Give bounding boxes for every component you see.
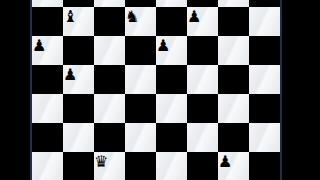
square-f8: ♜ — [187, 0, 218, 7]
square-e2 — [156, 152, 187, 180]
square-d4: ♞ — [125, 94, 156, 123]
piece-black-queen-b6: ♛ — [63, 36, 77, 55]
square-f3 — [187, 123, 218, 152]
piece-black-bishop-b7: ♝ — [63, 7, 77, 26]
square-g5 — [218, 65, 249, 94]
square-a5 — [32, 65, 63, 94]
square-d2 — [125, 152, 156, 180]
square-h2: ♟ — [249, 152, 280, 180]
square-c8 — [94, 0, 125, 7]
square-a3: ♟ — [32, 123, 63, 152]
letterbox-frame: ♜♜♚♝♞♝♟♟♟♛♟♞♟♟♞♝♟♞♟♟♛♟♟♟♜♜♚ — [0, 0, 320, 180]
square-d8 — [125, 0, 156, 7]
piece-white-pawn-h2: ♟ — [249, 152, 263, 171]
square-e3: ♟ — [156, 123, 187, 152]
square-c7 — [94, 7, 125, 36]
piece-white-knight-d4: ♞ — [125, 94, 139, 113]
piece-white-pawn-g2: ♟ — [218, 152, 232, 171]
square-f7: ♟ — [187, 7, 218, 36]
square-b3 — [63, 123, 94, 152]
square-b5: ♟ — [63, 65, 94, 94]
square-c4 — [94, 94, 125, 123]
square-c2: ♛ — [94, 152, 125, 180]
piece-white-pawn-a3: ♟ — [32, 123, 46, 142]
piece-black-pawn-b5: ♟ — [63, 65, 77, 84]
square-g7: ♟ — [218, 7, 249, 36]
square-f4 — [187, 94, 218, 123]
piece-white-queen-c2: ♛ — [94, 152, 108, 171]
square-f2: ♟ — [187, 152, 218, 180]
piece-black-pawn-h6: ♟ — [249, 36, 263, 55]
piece-black-pawn-f7: ♟ — [187, 7, 201, 26]
square-c6 — [94, 36, 125, 65]
piece-white-pawn-e3: ♟ — [156, 123, 170, 142]
square-b7: ♝ — [63, 7, 94, 36]
square-h8 — [249, 0, 280, 7]
piece-black-pawn-g7: ♟ — [218, 7, 232, 26]
piece-white-knight-c3: ♞ — [94, 123, 108, 142]
square-e8 — [156, 0, 187, 7]
square-c3: ♞ — [94, 123, 125, 152]
square-d5 — [125, 65, 156, 94]
piece-white-bishop-h4: ♝ — [249, 94, 263, 113]
square-a2 — [32, 152, 63, 180]
piece-black-knight-f6: ♞ — [187, 36, 201, 55]
square-a6: ♟ — [32, 36, 63, 65]
square-e6: ♟ — [156, 36, 187, 65]
piece-black-bishop-e7: ♝ — [156, 7, 170, 26]
square-d6 — [125, 36, 156, 65]
square-d3 — [125, 123, 156, 152]
piece-black-pawn-e6: ♟ — [156, 36, 170, 55]
square-h4: ♝ — [249, 94, 280, 123]
square-a7 — [32, 7, 63, 36]
square-f5 — [187, 65, 218, 94]
chessboard: ♜♜♚♝♞♝♟♟♟♛♟♞♟♟♞♝♟♞♟♟♛♟♟♟♜♜♚ — [30, 0, 282, 180]
square-h3 — [249, 123, 280, 152]
square-b6: ♛ — [63, 36, 94, 65]
piece-white-pawn-b2: ♟ — [63, 152, 77, 171]
square-b4 — [63, 94, 94, 123]
square-g3 — [218, 123, 249, 152]
square-e4 — [156, 94, 187, 123]
square-c5 — [94, 65, 125, 94]
square-h6: ♟ — [249, 36, 280, 65]
square-g2: ♟ — [218, 152, 249, 180]
square-h7 — [249, 7, 280, 36]
square-a8: ♜ — [32, 0, 63, 7]
square-g8: ♚ — [218, 0, 249, 7]
square-a4 — [32, 94, 63, 123]
square-b8 — [63, 0, 94, 7]
square-b2: ♟ — [63, 152, 94, 180]
square-d7: ♞ — [125, 7, 156, 36]
square-h5 — [249, 65, 280, 94]
square-g6 — [218, 36, 249, 65]
piece-black-knight-d7: ♞ — [125, 7, 139, 26]
square-e5 — [156, 65, 187, 94]
piece-white-pawn-f2: ♟ — [187, 152, 201, 171]
square-e7: ♝ — [156, 7, 187, 36]
square-g4 — [218, 94, 249, 123]
piece-black-pawn-a6: ♟ — [32, 36, 46, 55]
square-f6: ♞ — [187, 36, 218, 65]
